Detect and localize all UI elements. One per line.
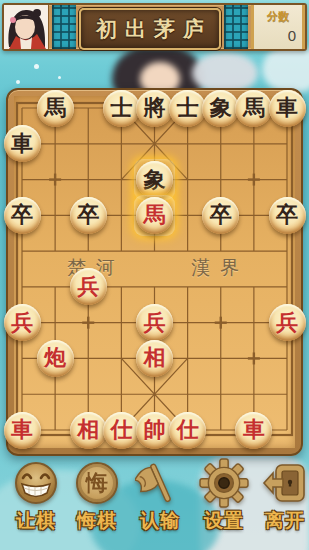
piece-red-soldier[interactable]: 兵 [4, 304, 41, 341]
sparkle [16, 80, 20, 84]
piece-red-advisor[interactable]: 仕 [169, 412, 206, 449]
level-plaque: 初出茅庐 [79, 8, 221, 50]
river-label-right: 漢界 [178, 255, 262, 281]
piece-red-advisor[interactable]: 仕 [103, 412, 140, 449]
piece-black-chariot[interactable]: 車 [4, 125, 41, 162]
exit-door-icon [262, 458, 308, 508]
resign-button[interactable]: 认输 [131, 458, 189, 534]
settings-button[interactable]: 设置 [195, 458, 253, 534]
resign-label: 认输 [140, 508, 180, 534]
piece-black-horse[interactable]: 馬 [37, 90, 74, 127]
settings-label: 设置 [204, 508, 244, 534]
yield-label: 让棋 [16, 508, 56, 534]
sparkle [34, 64, 39, 69]
piece-black-elephant[interactable]: 象 [136, 161, 173, 198]
leave-button[interactable]: 离开 [256, 458, 309, 534]
piece-black-soldier[interactable]: 卒 [202, 197, 239, 234]
gear-icon [199, 458, 249, 508]
piece-red-cannon[interactable]: 炮 [37, 340, 74, 377]
avatar-woman-icon [4, 5, 48, 49]
piece-red-chariot[interactable]: 車 [235, 412, 272, 449]
piece-red-elephant[interactable]: 相 [70, 412, 107, 449]
piece-black-soldier[interactable]: 卒 [269, 197, 306, 234]
background-white-shape [262, 44, 309, 94]
undo-label: 悔棋 [77, 508, 117, 534]
score-panel: 分数 0 [251, 5, 305, 49]
level-title: 初出茅庐 [88, 15, 212, 43]
piece-red-general[interactable]: 帥 [136, 412, 173, 449]
leave-label: 离开 [265, 508, 305, 534]
piece-red-soldier[interactable]: 兵 [70, 268, 107, 305]
score-value: 0 [251, 27, 305, 44]
piece-black-soldier[interactable]: 卒 [4, 197, 41, 234]
piece-black-advisor[interactable]: 士 [103, 90, 140, 127]
yield-button[interactable]: 让棋 [7, 458, 65, 534]
piece-red-chariot[interactable]: 車 [4, 412, 41, 449]
piece-black-chariot[interactable]: 車 [269, 90, 306, 127]
flag-icon [135, 458, 185, 508]
piece-black-soldier[interactable]: 卒 [70, 197, 107, 234]
player-avatar [4, 5, 49, 49]
piece-red-soldier[interactable]: 兵 [269, 304, 306, 341]
smiley-icon [14, 458, 58, 508]
xiangqi-app-screen: 初出茅庐 分数 0 楚河 漢界 馬士將士象馬車車象卒卒馬卒卒兵兵兵兵炮相車相仕帥… [0, 0, 309, 550]
piece-red-soldier[interactable]: 兵 [136, 304, 173, 341]
lattice-panel [224, 5, 248, 49]
sparkle [58, 76, 61, 79]
piece-red-horse[interactable]: 馬 [136, 197, 173, 234]
piece-red-elephant[interactable]: 相 [136, 340, 173, 377]
piece-black-elephant[interactable]: 象 [202, 90, 239, 127]
lattice-panel [52, 5, 76, 49]
regret-coin-icon: 悔 [76, 458, 118, 508]
score-label: 分数 [251, 9, 305, 24]
piece-black-horse[interactable]: 馬 [235, 90, 272, 127]
undo-button[interactable]: 悔 悔棋 [68, 458, 126, 534]
piece-black-general[interactable]: 將 [136, 90, 173, 127]
piece-black-advisor[interactable]: 士 [169, 90, 206, 127]
top-bar: 初出茅庐 分数 0 [2, 3, 307, 51]
